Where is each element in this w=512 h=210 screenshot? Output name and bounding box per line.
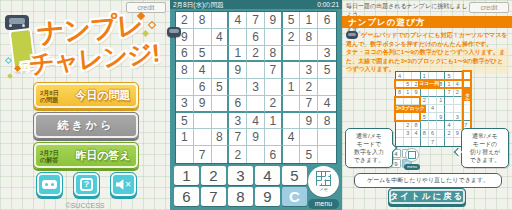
example-cell-r8c1 — [396, 130, 404, 138]
menu-button[interactable]: menu — [308, 199, 339, 209]
sudoku-cell-r2c5[interactable]: 6 — [247, 29, 265, 46]
example-cell-r6c4: 5 — [421, 113, 429, 121]
example-cell-r4c3 — [412, 97, 420, 105]
example-cell-r4c6: 1 — [437, 97, 445, 105]
sudoku-cell-r6c6[interactable]: 2 — [265, 96, 283, 113]
example-cell-r4c4: 2 — [421, 97, 429, 105]
sudoku-cell-r4c3[interactable] — [212, 62, 230, 79]
sudoku-cell-r9c9[interactable] — [318, 146, 336, 163]
sudoku-cell-r5c8[interactable]: 2 — [300, 79, 318, 96]
sudoku-cell-r9c3[interactable] — [212, 146, 230, 163]
yesterdays-answer-label: 昨日の答え — [68, 143, 138, 168]
example-cell-r1c7: 5 — [445, 72, 453, 80]
example-cell-r3c7: 7 — [445, 88, 453, 96]
example-cell-r2c7: 1 — [445, 80, 453, 88]
example-cell-r4c5 — [429, 97, 437, 105]
example-cell-r3c8: 2 — [454, 88, 462, 96]
clear-button[interactable]: C — [282, 187, 307, 206]
sudoku-cell-r5c5[interactable]: 3 — [247, 79, 265, 96]
sudoku-cell-r7c8[interactable]: 9 — [300, 113, 318, 130]
input-mode-callout: 通常/メモ モードで 数字を入力 できます。 — [345, 128, 393, 168]
sudoku-cell-r1c7[interactable]: 5 — [283, 12, 301, 29]
number-button-2[interactable]: 2 — [201, 166, 226, 185]
example-cell-r5c8 — [454, 105, 462, 113]
mute-button[interactable]: ✕ — [110, 172, 137, 197]
sudoku-cell-r3c7[interactable] — [283, 46, 301, 63]
gamepad-dot — [51, 183, 54, 186]
example-cell-r2c8: 4 — [454, 80, 462, 88]
example-cell-r9c3 — [412, 138, 420, 146]
sudoku-cell-r1c4[interactable]: 4 — [229, 12, 247, 29]
sudoku-cell-r2c9[interactable] — [318, 29, 336, 46]
todays-puzzle-button[interactable]: 2月8日 の問題 今日の問題 — [33, 82, 139, 109]
example-cell-r6c3 — [412, 113, 420, 121]
yesterdays-answer-date: 2月7日 の解答 — [40, 150, 59, 164]
sudoku-cell-r5c9[interactable] — [318, 79, 336, 96]
memo-grid-icon — [316, 171, 331, 186]
instructions-paragraph1: ゲームパッドでのプレイにも対応！カーソルでマスを選んで、数字ボタンを押すだけのか… — [346, 31, 509, 48]
example-cell-r3c4 — [421, 88, 429, 96]
sudoku-cell-r3c9[interactable]: 3 — [318, 46, 336, 63]
sudoku-cell-r3c8[interactable] — [300, 46, 318, 63]
example-cell-r3c3: 9 — [412, 88, 420, 96]
back-to-title-button[interactable]: タイトルに戻る — [388, 188, 466, 205]
sudoku-cell-r8c3[interactable]: 8 — [212, 129, 230, 146]
sudoku-cell-r2c3[interactable]: 4 — [212, 29, 230, 46]
example-cell-r9c5: 7 — [429, 138, 437, 146]
how-to-play-heading: ナンプレの遊び方 — [342, 16, 512, 28]
sudoku-cell-r8c1[interactable]: 1 — [176, 129, 194, 146]
example-cell-r7c7: 4 — [445, 121, 453, 129]
sudoku-cell-r2c8[interactable]: 8 — [300, 29, 318, 46]
sudoku-cell-r2c4[interactable] — [229, 29, 247, 46]
example-cell-r1c3 — [412, 72, 420, 80]
block-label: 3×3ブロック — [395, 105, 426, 113]
sudoku-cell-r2c2[interactable] — [194, 29, 212, 46]
sudoku-cell-r1c6[interactable]: 9 — [265, 12, 283, 29]
example-cell-r6c6: 9 — [437, 113, 445, 121]
example-cell-r7c6 — [437, 121, 445, 129]
sudoku-cell-r4c8[interactable]: 3 — [300, 62, 318, 79]
example-cell-r1c4: 1 — [421, 72, 429, 80]
example-cell-r5c5: 4 — [429, 105, 437, 113]
sudoku-cell-r5c7[interactable]: 1 — [283, 79, 301, 96]
example-cell-r7c5 — [429, 121, 437, 129]
number-button-4[interactable]: 4 — [255, 166, 280, 185]
example-cell-r6c2 — [404, 113, 412, 121]
example-cell-r7c3: 8 — [412, 121, 420, 129]
number-button-6[interactable]: 6 — [174, 187, 199, 206]
sudoku-cell-r6c5[interactable] — [247, 96, 265, 113]
sudoku-cell-r7c3[interactable] — [212, 113, 230, 130]
example-cell-r7c8 — [454, 121, 462, 129]
gamepad-icon — [42, 180, 57, 189]
sudoku-cell-r6c1[interactable]: 3 — [176, 96, 194, 113]
mute-x-icon: ✕ — [125, 180, 132, 189]
example-cell-r1c9 — [462, 72, 470, 80]
sudoku-cell-r8c6[interactable] — [265, 129, 283, 146]
example-cell-r2c1 — [396, 80, 404, 88]
example-cell-r4c1 — [396, 97, 404, 105]
example-cell-r3c6 — [437, 88, 445, 96]
timer: 0:00:21 — [317, 0, 339, 9]
example-cell-r1c1: 4 — [396, 72, 404, 80]
sudoku-cell-r5c3[interactable]: 5 — [212, 79, 230, 96]
sudoku-cell-r9c5[interactable] — [247, 146, 265, 163]
example-cell-r6c1 — [396, 113, 404, 121]
example-cell-r6c9 — [462, 113, 470, 121]
gamepad-screen — [169, 29, 179, 33]
yesterdays-answer-button[interactable]: 2月7日 の解答 昨日の答え — [33, 142, 139, 169]
game-header: 2月8日(水)の問題 0:00:21 — [170, 0, 342, 9]
sudoku-cell-r4c9[interactable]: 5 — [318, 62, 336, 79]
example-cell-r1c5 — [429, 72, 437, 80]
number-palette-row1: 12345 — [174, 166, 307, 185]
sudoku-cell-r7c9[interactable]: 8 — [318, 113, 336, 130]
example-cell-r8c3: 4 — [412, 130, 420, 138]
game-panel: 2月8日(水)の問題 0:00:21 284795169462865128384… — [170, 0, 342, 210]
number-button-3[interactable]: 3 — [228, 166, 253, 185]
number-button-8[interactable]: 8 — [228, 187, 253, 206]
sudoku-cell-r1c3[interactable] — [212, 12, 230, 29]
sudoku-cell-r9c8[interactable]: 5 — [300, 146, 318, 163]
sudoku-cell-r3c5[interactable]: 2 — [247, 46, 265, 63]
gamepad-icon — [346, 31, 358, 39]
number-button-9[interactable]: 9 — [255, 187, 280, 206]
example-cell-r8c2: 3 — [404, 130, 412, 138]
example-cell-r2c2: 5 — [404, 80, 412, 88]
diamond-decoration — [148, 21, 156, 29]
column-label: タテ一列 — [463, 88, 471, 101]
sudoku-cell-r5c4[interactable] — [229, 79, 247, 96]
sudoku-cell-r4c2[interactable]: 4 — [194, 62, 212, 79]
sudoku-cell-r4c1[interactable]: 8 — [176, 62, 194, 79]
example-cell-r1c6 — [437, 72, 445, 80]
example-cell-r5c9 — [462, 105, 470, 113]
continue-label: 続きから — [34, 113, 138, 138]
sudoku-cell-r3c2[interactable]: 5 — [194, 46, 212, 63]
sudoku-cell-r6c9[interactable]: 4 — [318, 96, 336, 113]
example-memo-toggle — [405, 148, 419, 162]
gamepad-dot — [45, 183, 48, 186]
number-button-7[interactable]: 7 — [201, 187, 226, 206]
example-cell-r9c2 — [404, 138, 412, 146]
sudoku-cell-r2c7[interactable]: 2 — [283, 29, 301, 46]
gamepad-screen — [348, 33, 356, 36]
sudoku-cell-r6c7[interactable] — [283, 96, 301, 113]
sudoku-cell-r6c8[interactable]: 7 — [300, 96, 318, 113]
sudoku-cell-r3c4[interactable]: 1 — [229, 46, 247, 63]
sudoku-cell-r4c6[interactable]: 7 — [265, 62, 283, 79]
example-cell-r1c8 — [454, 72, 462, 80]
sudoku-cell-r2c6[interactable] — [265, 29, 283, 46]
sudoku-cell-r8c8[interactable] — [300, 129, 318, 146]
toggle-mode-callout: 通常/メモ モードの 切り替えが できます。 — [461, 128, 509, 168]
app-screen: credit 毎日 ナンプレ チャレンジ! 2月8日 の問題 今日の問題 続きか… — [0, 0, 512, 210]
help-button[interactable]: ? — [73, 172, 100, 197]
sudoku-cell-r9c7[interactable] — [283, 146, 301, 163]
title-panel: credit 毎日 ナンプレ チャレンジ! 2月8日 の問題 今日の問題 続きか… — [0, 0, 170, 210]
memo-mode-toggle[interactable]: メモ — [308, 166, 339, 197]
sudoku-board[interactable]: 2847951694628651283849735653123962745341… — [175, 11, 337, 164]
sudoku-cell-r5c6[interactable] — [265, 79, 283, 96]
sudoku-cell-r9c4[interactable]: 2 — [229, 146, 247, 163]
gamepad-settings-button[interactable] — [36, 172, 63, 197]
number-button-1[interactable]: 1 — [174, 166, 199, 185]
sudoku-cell-r1c1[interactable]: 2 — [176, 12, 194, 29]
gamepad-cursor-icon — [167, 27, 181, 37]
help-panel: credit 毎日一題の出題されるナンプレに挑戦しましょう。 ※問題データ等の更… — [342, 0, 512, 210]
example-cell-r3c1: 8 — [396, 88, 404, 96]
example-cell-r3c2: 1 — [404, 88, 412, 96]
sudoku-cell-r4c7[interactable] — [283, 62, 301, 79]
sudoku-cell-r7c1[interactable]: 5 — [176, 113, 194, 130]
gamepad-dot — [22, 24, 25, 27]
sudoku-cell-r7c7[interactable] — [283, 113, 301, 130]
example-cell-r6c5 — [429, 113, 437, 121]
example-cell-r9c6 — [437, 138, 445, 146]
todays-puzzle-date: 2月8日 の問題 — [40, 90, 59, 104]
example-cell-r1c2 — [404, 72, 412, 80]
sudoku-cell-r7c4[interactable]: 3 — [229, 113, 247, 130]
sudoku-cell-r3c3[interactable] — [212, 46, 230, 63]
example-cell-r4c2 — [404, 97, 412, 105]
gamepad-screen — [9, 18, 26, 24]
sudoku-cell-r1c2[interactable]: 8 — [194, 12, 212, 29]
todays-puzzle-label: 今日の問題 — [68, 83, 138, 108]
sudoku-cell-r8c5[interactable]: 9 — [247, 129, 265, 146]
sudoku-cell-r1c8[interactable]: 1 — [300, 12, 318, 29]
continue-button[interactable]: 続きから — [33, 112, 139, 139]
number-palette-row2: 6789C — [174, 187, 307, 206]
sudoku-cell-r1c9[interactable]: 6 — [318, 12, 336, 29]
puzzle-date-title: 2月8日(水)の問題 — [173, 0, 224, 9]
sudoku-cell-r6c2[interactable]: 9 — [194, 96, 212, 113]
sudoku-cell-r3c1[interactable]: 6 — [176, 46, 194, 63]
copyright-text: ©SUCCESS — [0, 202, 170, 209]
example-cell-r7c1 — [396, 121, 404, 129]
example-cell-r5c7 — [445, 105, 453, 113]
sudoku-cell-r8c7[interactable]: 4 — [283, 129, 301, 146]
example-cell-r8c7: 2 — [445, 130, 453, 138]
example-cell-r5c6 — [437, 105, 445, 113]
sudoku-cell-r7c5[interactable]: 4 — [247, 113, 265, 130]
sudoku-cell-r7c2[interactable] — [194, 113, 212, 130]
memo-label: メモ — [319, 187, 328, 192]
example-cell-r8c4: 8 — [421, 130, 429, 138]
sudoku-cell-r1c5[interactable]: 7 — [247, 12, 265, 29]
sudoku-cell-r4c5[interactable] — [247, 62, 265, 79]
example-menu-button: menu — [404, 164, 420, 170]
diamond-decoration — [7, 73, 13, 79]
example-cell-r9c7 — [445, 138, 453, 146]
example-cell-r4c7 — [445, 97, 453, 105]
sudoku-cell-r6c3[interactable] — [212, 96, 230, 113]
example-cell-r7c4 — [421, 121, 429, 129]
sudoku-cell-r3c6[interactable]: 8 — [265, 46, 283, 63]
example-cell-r4c8 — [454, 97, 462, 105]
example-cell-r8c6 — [437, 130, 445, 138]
sudoku-cell-r4c4[interactable]: 9 — [229, 62, 247, 79]
sudoku-cell-r5c2[interactable]: 6 — [194, 79, 212, 96]
sudoku-cell-r8c2[interactable] — [194, 129, 212, 146]
row-label: ヨコ一列 — [418, 80, 440, 88]
example-cell-r9c1 — [396, 138, 404, 146]
example-cell-r6c7 — [445, 113, 453, 121]
sudoku-cell-r9c6[interactable]: 6 — [265, 146, 283, 163]
example-cell-r9c4 — [421, 138, 429, 146]
sudoku-cell-r9c2[interactable]: 7 — [194, 146, 212, 163]
example-cell-r3c5 — [429, 88, 437, 96]
sudoku-cell-r9c1[interactable] — [176, 146, 194, 163]
sudoku-cell-r5c1[interactable] — [176, 79, 194, 96]
menu-note: ゲームを中断したりやり直したりできます。 — [354, 173, 502, 188]
gamepad-dot — [9, 24, 12, 27]
sudoku-cell-r6c4[interactable]: 6 — [229, 96, 247, 113]
sudoku-cell-r8c9[interactable] — [318, 129, 336, 146]
number-button-5[interactable]: 5 — [282, 166, 307, 185]
memo-grid-icon — [408, 151, 416, 159]
sudoku-cell-r7c6[interactable]: 1 — [265, 113, 283, 130]
sudoku-cell-r8c4[interactable]: 7 — [229, 129, 247, 146]
credit-button[interactable]: credit — [469, 2, 509, 13]
example-cell-r7c2: 2 — [404, 121, 412, 129]
question-mark-icon: ? — [80, 178, 93, 191]
example-cell-r6c8: 3 — [454, 113, 462, 121]
example-cell-r8c5: 6 — [429, 130, 437, 138]
